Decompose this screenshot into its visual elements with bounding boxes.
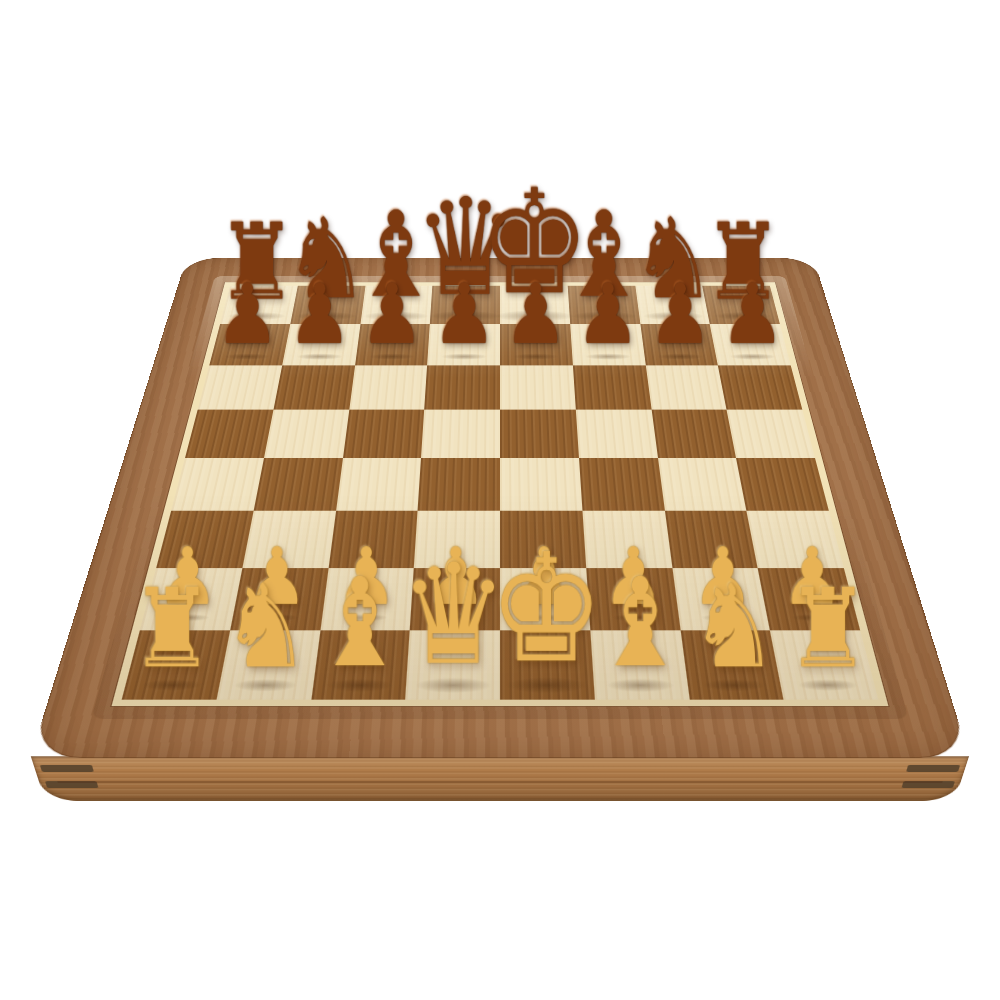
piece-black-pawn-a7: ♟ [216,273,280,356]
piece-white-rook-a1: ♜ [130,575,214,684]
piece-black-pawn-f7: ♟ [576,273,640,356]
box-lid-seam [57,782,942,784]
piece-white-rook-h1: ♜ [785,575,869,684]
piece-black-pawn-g7: ♟ [648,273,712,356]
pieces-layer: ♜♞♝♛♚♝♞♜♟♟♟♟♟♟♟♟♟♟♟♟♟♟♟♟♜♞♝♛♚♝♞♜ [122,286,879,700]
photo-scene: ♜♞♝♛♚♝♞♜♟♟♟♟♟♟♟♟♟♟♟♟♟♟♟♟♜♞♝♛♚♝♞♜ [0,0,1000,1000]
product-photo-background: ♜♞♝♛♚♝♞♜♟♟♟♟♟♟♟♟♟♟♟♟♟♟♟♟♜♞♝♛♚♝♞♜ [0,0,1000,1000]
piece-black-pawn-c7: ♟ [360,273,424,356]
piece-black-pawn-e7: ♟ [504,273,568,356]
piece-black-pawn-d7: ♟ [432,273,496,356]
finger-joint [40,765,94,772]
piece-white-bishop-c1: ♝ [313,562,407,684]
piece-black-pawn-h7: ♟ [720,273,784,356]
piece-white-knight-g1: ♞ [689,569,778,684]
chess-board: ♜♞♝♛♚♝♞♜♟♟♟♟♟♟♟♟♟♟♟♟♟♟♟♟♜♞♝♛♚♝♞♜ [30,258,970,758]
board-front-edge [31,756,970,801]
piece-black-pawn-b7: ♟ [288,273,352,356]
piece-white-bishop-f1: ♝ [593,562,687,684]
piece-white-knight-b1: ♞ [222,569,311,684]
piece-white-king-e1: ♚ [489,534,604,684]
finger-joint [906,765,960,772]
